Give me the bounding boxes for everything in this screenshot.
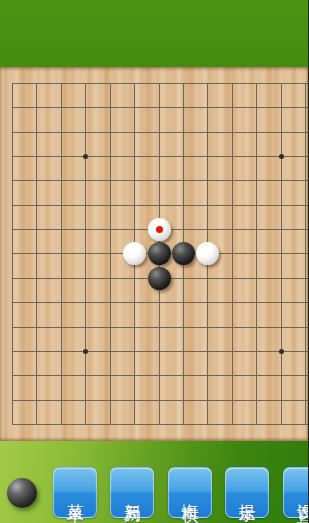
- grid-line-h: [13, 327, 309, 328]
- grid-line-v: [281, 83, 282, 425]
- white-stone: [123, 242, 146, 265]
- grid-line-v: [85, 83, 86, 425]
- last-move-marker: [156, 226, 163, 233]
- grid-line-v: [256, 83, 257, 425]
- star-point: [279, 154, 284, 159]
- black-stone: [172, 242, 195, 265]
- grid-line-v: [12, 83, 13, 425]
- top-bar: [0, 0, 308, 67]
- grid-line-v: [61, 83, 62, 425]
- grid-line-h: [13, 302, 309, 303]
- grid-line-h: [13, 375, 309, 376]
- settings-button-label: 设置: [297, 490, 309, 496]
- grid-line-v: [305, 83, 306, 425]
- star-point: [83, 154, 88, 159]
- black-stone: [148, 267, 171, 290]
- hint-button-label: 提示: [239, 490, 256, 496]
- star-point: [83, 349, 88, 354]
- bottom-toolbar: 菜单 新局 悔棋 提示 设置: [0, 441, 308, 523]
- new-game-button-label: 新局: [124, 490, 141, 496]
- grid-line-v: [232, 83, 233, 425]
- grid-line-v: [36, 83, 37, 425]
- grid-line-h: [13, 83, 309, 84]
- app-screen: 菜单 新局 悔棋 提示 设置: [0, 0, 308, 523]
- undo-button-label: 悔棋: [182, 490, 199, 496]
- white-stone: [196, 242, 219, 265]
- menu-button-label: 菜单: [67, 490, 84, 496]
- grid-line-h: [13, 351, 309, 352]
- menu-button[interactable]: 菜单: [53, 467, 97, 518]
- grid-line-h: [13, 107, 309, 108]
- black-stone: [148, 242, 171, 265]
- grid-line-h: [13, 205, 309, 206]
- new-game-button[interactable]: 新局: [110, 467, 154, 518]
- hint-button[interactable]: 提示: [225, 467, 269, 518]
- star-point: [279, 349, 284, 354]
- grid-line-h: [13, 424, 309, 425]
- grid-line-h: [13, 156, 309, 157]
- grid-line-v: [110, 83, 111, 425]
- grid-line-h: [13, 400, 309, 401]
- turn-indicator-black-stone: [7, 478, 37, 508]
- grid-line-h: [13, 132, 309, 133]
- white-stone: [148, 218, 171, 241]
- undo-button[interactable]: 悔棋: [168, 467, 212, 518]
- gomoku-board[interactable]: [0, 67, 308, 441]
- grid-line-h: [13, 180, 309, 181]
- settings-button[interactable]: 设置: [283, 467, 308, 518]
